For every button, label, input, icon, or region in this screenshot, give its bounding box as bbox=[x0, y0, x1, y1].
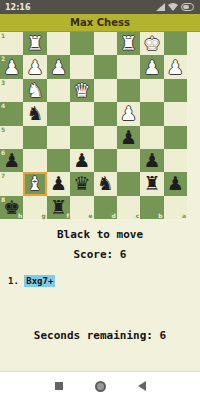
signal-icon bbox=[156, 3, 165, 11]
clock-text: 12:16 bbox=[5, 3, 30, 12]
rank-label-2: 2 bbox=[1, 55, 5, 62]
file-label-e: e bbox=[88, 212, 92, 219]
status-icons bbox=[156, 3, 195, 11]
square-g8[interactable]: g bbox=[23, 196, 46, 219]
rank-label-4: 4 bbox=[1, 102, 5, 109]
recents-icon[interactable] bbox=[55, 382, 63, 390]
square-a5[interactable] bbox=[164, 126, 187, 149]
app-title: Max Chess bbox=[70, 17, 130, 28]
back-icon[interactable] bbox=[138, 381, 146, 391]
square-h8[interactable]: 8h♚ bbox=[0, 196, 23, 219]
square-c1[interactable]: ♜ bbox=[117, 32, 140, 55]
square-d3[interactable] bbox=[94, 79, 117, 102]
square-e2[interactable] bbox=[70, 55, 93, 78]
square-b7[interactable]: ♜ bbox=[140, 172, 163, 195]
black-p-piece: ♟ bbox=[50, 172, 67, 195]
file-label-f: f bbox=[67, 212, 70, 219]
file-label-h: h bbox=[18, 212, 22, 219]
square-e4[interactable] bbox=[70, 102, 93, 125]
square-e5[interactable] bbox=[70, 126, 93, 149]
white-p-piece: ♟ bbox=[143, 56, 160, 79]
white-p-piece: ♟ bbox=[120, 102, 137, 125]
square-g7[interactable]: ♝ bbox=[23, 172, 46, 195]
move-san-chip[interactable]: Bxg7+ bbox=[24, 275, 55, 287]
square-b8[interactable]: b bbox=[140, 196, 163, 219]
square-h1[interactable]: 1 bbox=[0, 32, 23, 55]
white-p-piece: ♟ bbox=[167, 56, 184, 79]
square-a1[interactable] bbox=[164, 32, 187, 55]
seconds-remaining: Seconds remaining: 6 bbox=[0, 329, 200, 342]
black-q-piece: ♛ bbox=[73, 172, 90, 195]
rank-label-6: 6 bbox=[1, 149, 5, 156]
black-p-piece: ♟ bbox=[167, 172, 184, 195]
square-a7[interactable]: ♟ bbox=[164, 172, 187, 195]
black-r-piece: ♜ bbox=[50, 196, 67, 219]
square-c4[interactable]: ♟ bbox=[117, 102, 140, 125]
square-c8[interactable]: c bbox=[117, 196, 140, 219]
black-n-piece: ♞ bbox=[97, 172, 114, 195]
square-a3[interactable] bbox=[164, 79, 187, 102]
android-nav-bar bbox=[0, 372, 200, 400]
black-p-piece: ♟ bbox=[3, 149, 20, 172]
square-a4[interactable] bbox=[164, 102, 187, 125]
square-a6[interactable] bbox=[164, 149, 187, 172]
square-a8[interactable]: a bbox=[164, 196, 187, 219]
file-label-d: d bbox=[112, 212, 116, 219]
square-g1[interactable]: ♜ bbox=[23, 32, 46, 55]
square-g4[interactable]: ♞ bbox=[23, 102, 46, 125]
file-label-a: a bbox=[182, 212, 186, 219]
square-d6[interactable] bbox=[94, 149, 117, 172]
square-d8[interactable]: d bbox=[94, 196, 117, 219]
square-b2[interactable]: ♟ bbox=[140, 55, 163, 78]
square-e3[interactable]: ♛ bbox=[70, 79, 93, 102]
square-f3[interactable] bbox=[47, 79, 70, 102]
square-b3[interactable] bbox=[140, 79, 163, 102]
square-g2[interactable]: ♟ bbox=[23, 55, 46, 78]
black-p-piece: ♟ bbox=[143, 149, 160, 172]
square-c3[interactable] bbox=[117, 79, 140, 102]
chess-board: 1♜♜♚2♟♟♟♟♟3♞♛4♞♟5♟6♟♟♟7♝♟♛♞♜♟8h♚gf♜edcba bbox=[0, 32, 187, 219]
black-p-piece: ♟ bbox=[73, 149, 90, 172]
white-r-piece: ♜ bbox=[120, 32, 137, 55]
file-label-c: c bbox=[136, 212, 140, 219]
score-text: Score: 6 bbox=[0, 248, 200, 261]
square-d5[interactable] bbox=[94, 126, 117, 149]
square-e6[interactable]: ♟ bbox=[70, 149, 93, 172]
rank-label-7: 7 bbox=[1, 172, 5, 179]
square-e7[interactable]: ♛ bbox=[70, 172, 93, 195]
white-k-piece: ♚ bbox=[143, 32, 160, 55]
black-r-piece: ♜ bbox=[143, 172, 160, 195]
square-d4[interactable] bbox=[94, 102, 117, 125]
white-n-piece: ♞ bbox=[27, 79, 44, 102]
black-p-piece: ♟ bbox=[120, 126, 137, 149]
square-f7[interactable]: ♟ bbox=[47, 172, 70, 195]
square-b6[interactable]: ♟ bbox=[140, 149, 163, 172]
square-f2[interactable]: ♟ bbox=[47, 55, 70, 78]
square-g3[interactable]: ♞ bbox=[23, 79, 46, 102]
square-h7[interactable]: 7 bbox=[0, 172, 23, 195]
square-f1[interactable] bbox=[47, 32, 70, 55]
square-f4[interactable] bbox=[47, 102, 70, 125]
white-q-piece: ♛ bbox=[73, 79, 90, 102]
square-c2[interactable] bbox=[117, 55, 140, 78]
square-d1[interactable] bbox=[94, 32, 117, 55]
move-number: 1. bbox=[8, 276, 19, 286]
file-label-b: b bbox=[158, 212, 162, 219]
rank-label-3: 3 bbox=[1, 79, 5, 86]
square-b4[interactable] bbox=[140, 102, 163, 125]
square-b1[interactable]: ♚ bbox=[140, 32, 163, 55]
home-icon[interactable] bbox=[95, 381, 106, 392]
square-h6[interactable]: 6♟ bbox=[0, 149, 23, 172]
white-b-piece: ♝ bbox=[27, 172, 44, 195]
turn-indicator: Black to move bbox=[0, 228, 200, 241]
square-c7[interactable] bbox=[117, 172, 140, 195]
square-h5[interactable]: 5 bbox=[0, 126, 23, 149]
white-p-piece: ♟ bbox=[3, 56, 20, 79]
square-e1[interactable] bbox=[70, 32, 93, 55]
square-c5[interactable]: ♟ bbox=[117, 126, 140, 149]
black-n-piece: ♞ bbox=[27, 102, 44, 125]
square-f5[interactable] bbox=[47, 126, 70, 149]
square-f6[interactable] bbox=[47, 149, 70, 172]
rank-label-5: 5 bbox=[1, 126, 5, 133]
rank-label-1: 1 bbox=[1, 32, 5, 39]
white-p-piece: ♟ bbox=[27, 56, 44, 79]
rank-label-8: 8 bbox=[1, 196, 5, 203]
white-p-piece: ♟ bbox=[50, 56, 67, 79]
square-c6[interactable] bbox=[117, 149, 140, 172]
title-bar: Max Chess bbox=[0, 14, 200, 32]
status-bar: 12:16 bbox=[0, 0, 200, 14]
square-h2[interactable]: 2♟ bbox=[0, 55, 23, 78]
square-h3[interactable]: 3 bbox=[0, 79, 23, 102]
square-g5[interactable] bbox=[23, 126, 46, 149]
square-b5[interactable] bbox=[140, 126, 163, 149]
square-e8[interactable]: e bbox=[70, 196, 93, 219]
file-label-g: g bbox=[41, 212, 45, 219]
white-r-piece: ♜ bbox=[27, 32, 44, 55]
square-g6[interactable] bbox=[23, 149, 46, 172]
square-d7[interactable]: ♞ bbox=[94, 172, 117, 195]
square-f8[interactable]: f♜ bbox=[47, 196, 70, 219]
square-a2[interactable]: ♟ bbox=[164, 55, 187, 78]
square-d2[interactable] bbox=[94, 55, 117, 78]
move-list: 1. Bxg7+ bbox=[8, 276, 200, 286]
battery-icon bbox=[181, 3, 195, 11]
wifi-icon bbox=[168, 3, 178, 11]
square-h4[interactable]: 4 bbox=[0, 102, 23, 125]
